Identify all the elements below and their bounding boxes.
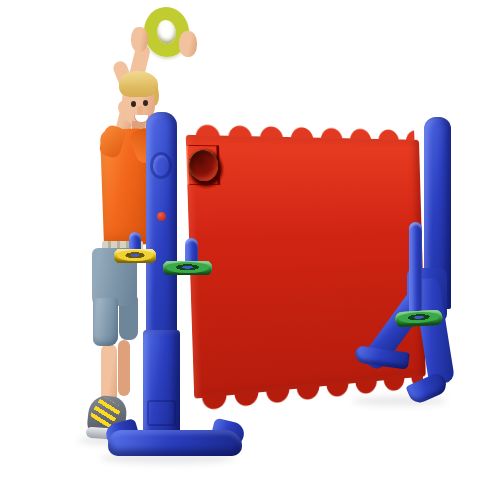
frame-left-post-lower xyxy=(143,330,180,434)
child-eye xyxy=(131,101,136,107)
post-red-button xyxy=(157,212,166,221)
stack-top-ring xyxy=(166,262,209,273)
child-leg xyxy=(118,340,130,396)
stack-top-ring xyxy=(117,250,153,261)
child-nose xyxy=(137,106,143,115)
child-hair-fringe xyxy=(121,84,156,97)
green-ring-stack xyxy=(394,311,443,314)
child-left-hand xyxy=(131,27,148,52)
child-right-hand xyxy=(179,31,197,57)
board-grid xyxy=(186,145,413,149)
child-eye xyxy=(143,100,148,106)
frame-left-foot xyxy=(108,430,242,456)
empty-hole xyxy=(189,149,218,180)
product-photo-stage xyxy=(0,0,500,500)
cell-c7-r6 xyxy=(186,145,220,185)
post-emboss-circle xyxy=(150,152,172,179)
child-shorts-leg xyxy=(93,298,118,346)
post-panel-line xyxy=(147,400,176,426)
board-top-scallops xyxy=(191,124,415,141)
